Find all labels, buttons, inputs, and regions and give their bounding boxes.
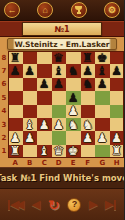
square-e4[interactable]: ♟ — [66, 105, 81, 118]
file-label-F: F — [81, 158, 96, 167]
back-button[interactable]: ← — [4, 2, 20, 18]
square-h3[interactable] — [110, 118, 125, 131]
last-move-button[interactable]: ▶ — [105, 199, 116, 210]
task-text: Task №1 Find White's move — [0, 173, 124, 183]
square-e5[interactable]: ♟ — [66, 91, 81, 104]
puzzle-number-band: №1 — [0, 21, 124, 37]
rank-label-4: 4 — [0, 105, 8, 118]
square-f6[interactable]: ♞ — [81, 78, 96, 91]
square-f7[interactable]: ♟ — [81, 64, 96, 77]
square-g2[interactable]: ♟ — [95, 131, 110, 144]
file-labels: ABCDEFGH — [8, 158, 124, 167]
file-label-E: E — [66, 158, 81, 167]
black-bishop: ♝ — [53, 65, 64, 77]
black-pawn: ♟ — [82, 65, 93, 77]
hint-icon: ? — [67, 198, 81, 212]
black-pawn: ♟ — [53, 78, 64, 90]
rank-label-5: 5 — [0, 91, 8, 104]
square-b4[interactable] — [23, 105, 38, 118]
players-banner: W.Steinitz - Em.Lasker — [7, 38, 117, 50]
square-f2[interactable]: ♟ — [81, 131, 96, 144]
task-bar: Task №1 Find White's move — [0, 167, 124, 188]
square-e2[interactable] — [66, 131, 81, 144]
white-pawn: ♟ — [10, 132, 21, 144]
square-b6[interactable] — [23, 78, 38, 91]
white-bishop: ♝ — [39, 145, 50, 157]
previous-icon: ◀ — [32, 199, 40, 210]
square-h2[interactable]: ♟ — [110, 131, 125, 144]
square-e7[interactable]: ♞ — [66, 64, 81, 77]
black-pawn: ♟ — [10, 65, 21, 77]
square-b3[interactable]: ♝ — [23, 118, 38, 131]
white-pawn: ♟ — [97, 132, 108, 144]
rank-label-6: 6 — [0, 78, 8, 91]
square-c3[interactable]: ♟ — [37, 118, 52, 131]
square-a5[interactable] — [8, 91, 23, 104]
square-a8[interactable]: ♜ — [8, 51, 23, 64]
home-icon: ⌂ — [43, 6, 48, 15]
next-move-button[interactable]: ▶ — [89, 199, 97, 210]
trophy-icon — [75, 6, 83, 14]
square-a7[interactable]: ♟ — [8, 64, 23, 77]
square-h7[interactable]: ♟ — [110, 64, 125, 77]
next-icon: ▶ — [89, 199, 97, 210]
white-king: ♚ — [68, 145, 79, 157]
square-g3[interactable] — [95, 118, 110, 131]
square-g1[interactable] — [95, 145, 110, 158]
black-rook: ♜ — [10, 52, 21, 64]
puzzle-number: №1 — [54, 25, 69, 34]
previous-move-button[interactable]: ◀ — [32, 199, 40, 210]
square-c5[interactable] — [37, 91, 52, 104]
square-d5[interactable] — [52, 91, 67, 104]
square-c2[interactable] — [37, 131, 52, 144]
square-d3[interactable]: ♟ — [52, 118, 67, 131]
square-e6[interactable] — [66, 78, 81, 91]
square-d2[interactable] — [52, 131, 67, 144]
black-knight: ♞ — [82, 78, 93, 90]
restart-icon: ↻ — [48, 198, 60, 212]
square-g4[interactable] — [95, 105, 110, 118]
rank-label-2: 2 — [0, 131, 8, 144]
white-knight: ♞ — [68, 119, 79, 131]
square-g7[interactable]: ♝ — [95, 64, 110, 77]
square-g5[interactable] — [95, 91, 110, 104]
players-names: W.Steinitz - Em.Lasker — [14, 40, 109, 49]
square-d7[interactable]: ♝ — [52, 64, 67, 77]
square-f5[interactable] — [81, 91, 96, 104]
black-pawn: ♟ — [111, 65, 122, 77]
white-pawn: ♟ — [53, 119, 64, 131]
square-d6[interactable]: ♟ — [52, 78, 67, 91]
file-label-C: C — [37, 158, 52, 167]
hint-button[interactable]: ? — [67, 198, 81, 212]
square-h6[interactable] — [110, 78, 125, 91]
settings-button[interactable]: ⚙ — [104, 2, 120, 18]
square-h8[interactable] — [110, 51, 125, 64]
square-a2[interactable]: ♟ — [8, 131, 23, 144]
file-label-D: D — [52, 158, 67, 167]
square-c7[interactable] — [37, 64, 52, 77]
square-c6[interactable]: ♟ — [37, 78, 52, 91]
square-a6[interactable] — [8, 78, 23, 91]
square-g6[interactable]: ♟ — [95, 78, 110, 91]
square-f4[interactable] — [81, 105, 96, 118]
file-label-B: B — [23, 158, 38, 167]
white-pawn: ♟ — [82, 132, 93, 144]
square-h1[interactable]: ♜ — [110, 145, 125, 158]
square-d4[interactable] — [52, 105, 67, 118]
white-knight: ♞ — [82, 119, 93, 131]
square-e3[interactable]: ♞ — [66, 118, 81, 131]
black-pawn: ♟ — [39, 78, 50, 90]
back-icon: ← — [8, 6, 17, 15]
file-label-H: H — [110, 158, 125, 167]
square-b2[interactable]: ♟ — [23, 131, 38, 144]
top-bar: ← ⌂ ⚙ — [0, 0, 124, 21]
white-bishop: ♝ — [24, 119, 35, 131]
players-band: W.Steinitz - Em.Lasker — [0, 37, 124, 51]
black-pawn: ♟ — [97, 78, 108, 90]
square-c4[interactable] — [37, 105, 52, 118]
white-rook: ♜ — [10, 145, 21, 157]
black-king: ♚ — [97, 52, 108, 64]
black-bishop: ♝ — [97, 65, 108, 77]
skip-to-end-icon: ▶ — [105, 199, 113, 210]
board-stage: W.Steinitz - Em.Lasker 87654321 ♜♛♜♚♟♟♝♞… — [0, 37, 124, 167]
rank-label-7: 7 — [0, 64, 8, 77]
rank-label-3: 3 — [0, 118, 8, 131]
restart-button[interactable]: ↻ — [48, 198, 60, 212]
trophy-button[interactable] — [71, 2, 87, 18]
square-b5[interactable] — [23, 91, 38, 104]
app-root: ← ⌂ ⚙ №1 W.Steinitz - Em.Lasker 87654321… — [0, 0, 124, 220]
puzzle-number-plate: №1 — [22, 22, 102, 36]
black-knight: ♞ — [68, 65, 79, 77]
board: ♜♛♜♚♟♟♝♞♟♝♟♟♟♞♟♟♟♝♟♟♞♞♟♟♟♟♟♜♝♛♚♜ — [8, 51, 124, 158]
gear-icon: ⚙ — [108, 6, 116, 15]
first-move-button[interactable]: ◀◀ — [8, 199, 25, 210]
white-pawn: ♟ — [68, 105, 79, 117]
black-pawn: ♟ — [68, 92, 79, 104]
square-f1[interactable] — [81, 145, 96, 158]
square-d1[interactable]: ♛ — [52, 145, 67, 158]
black-rook: ♜ — [82, 52, 93, 64]
file-label-G: G — [95, 158, 110, 167]
square-f8[interactable]: ♜ — [81, 51, 96, 64]
square-e8[interactable] — [66, 51, 81, 64]
rank-label-1: 1 — [0, 145, 8, 158]
white-pawn: ♟ — [111, 132, 122, 144]
square-c1[interactable]: ♝ — [37, 145, 52, 158]
black-pawn: ♟ — [24, 65, 35, 77]
black-queen: ♛ — [53, 52, 64, 64]
rank-label-8: 8 — [0, 51, 8, 64]
square-b1[interactable] — [23, 145, 38, 158]
white-queen: ♛ — [53, 145, 64, 157]
home-button[interactable]: ⌂ — [37, 2, 53, 18]
white-pawn: ♟ — [39, 119, 50, 131]
square-h5[interactable] — [110, 91, 125, 104]
white-rook: ♜ — [111, 145, 122, 157]
square-h4[interactable] — [110, 105, 125, 118]
square-g8[interactable]: ♚ — [95, 51, 110, 64]
rank-labels: 87654321 — [0, 51, 8, 158]
square-a3[interactable] — [8, 118, 23, 131]
bottom-nav: ◀◀ ◀ ↻ ? ▶ ▶ — [0, 188, 124, 220]
square-a4[interactable] — [8, 105, 23, 118]
square-c8[interactable] — [37, 51, 52, 64]
square-a1[interactable]: ♜ — [8, 145, 23, 158]
white-pawn: ♟ — [24, 132, 35, 144]
square-f3[interactable]: ♞ — [81, 118, 96, 131]
square-d8[interactable]: ♛ — [52, 51, 67, 64]
square-b8[interactable] — [23, 51, 38, 64]
skip-to-start-icon: ◀◀ — [11, 199, 25, 210]
file-label-A: A — [8, 158, 23, 167]
square-e1[interactable]: ♚ — [66, 145, 81, 158]
square-b7[interactable]: ♟ — [23, 64, 38, 77]
